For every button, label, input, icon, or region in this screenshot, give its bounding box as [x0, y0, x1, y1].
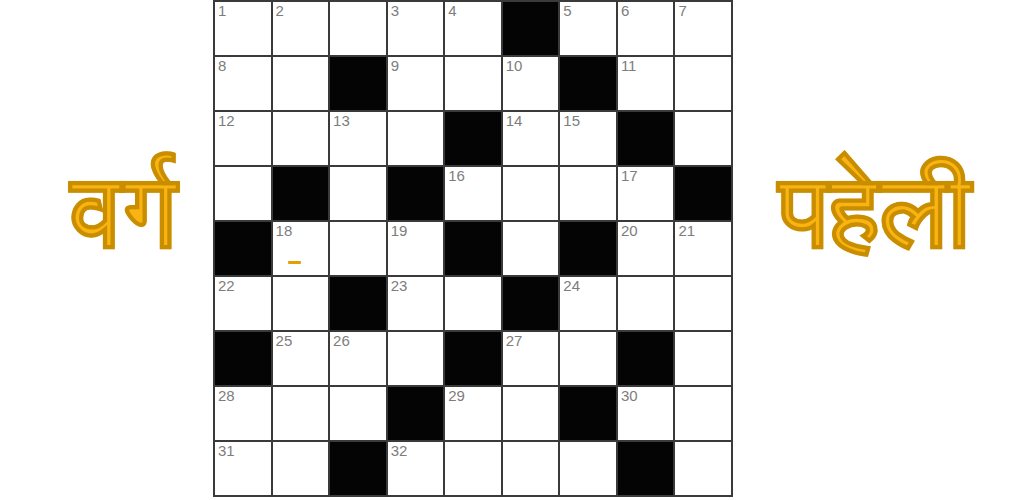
- block-cell: [445, 112, 501, 165]
- title-right-paheli: पहेली: [742, 136, 1008, 288]
- grid-cell[interactable]: 28: [215, 387, 271, 440]
- grid-cell[interactable]: [273, 277, 329, 330]
- clue-number: 22: [218, 278, 235, 295]
- grid-cell[interactable]: 12: [215, 112, 271, 165]
- grid-cell[interactable]: 17: [618, 167, 674, 220]
- grid-cell[interactable]: 26: [330, 332, 386, 385]
- clue-number: 6: [621, 3, 629, 20]
- grid-cell[interactable]: [445, 442, 501, 495]
- grid-cell[interactable]: 25: [273, 332, 329, 385]
- grid-cell[interactable]: [445, 57, 501, 110]
- clue-number: 10: [506, 58, 523, 75]
- grid-cell[interactable]: 14: [503, 112, 559, 165]
- block-cell: [675, 167, 731, 220]
- block-cell: [503, 2, 559, 55]
- grid-cell[interactable]: [675, 112, 731, 165]
- grid-cell[interactable]: 15: [560, 112, 616, 165]
- clue-number: 2: [276, 3, 284, 20]
- cursor-dash: [288, 261, 302, 264]
- block-cell: [330, 442, 386, 495]
- block-cell: [560, 57, 616, 110]
- grid-cell[interactable]: 2: [273, 2, 329, 55]
- grid-cell[interactable]: 30: [618, 387, 674, 440]
- grid-cell[interactable]: 29: [445, 387, 501, 440]
- block-cell: [445, 332, 501, 385]
- grid-cell[interactable]: 8: [215, 57, 271, 110]
- grid-cell[interactable]: [273, 387, 329, 440]
- grid-cell[interactable]: 6: [618, 2, 674, 55]
- block-cell: [445, 222, 501, 275]
- clue-number: 7: [678, 3, 686, 20]
- clue-number: 11: [621, 58, 637, 75]
- clue-number: 29: [448, 388, 465, 405]
- grid-cell[interactable]: 27: [503, 332, 559, 385]
- grid-cell[interactable]: [503, 387, 559, 440]
- grid-cell[interactable]: [330, 387, 386, 440]
- clue-number: 15: [563, 113, 580, 130]
- grid-cell[interactable]: 22: [215, 277, 271, 330]
- block-cell: [560, 222, 616, 275]
- grid-cell[interactable]: [215, 167, 271, 220]
- clue-number: 14: [506, 113, 523, 130]
- block-cell: [330, 277, 386, 330]
- grid-cell[interactable]: 4: [445, 2, 501, 55]
- clue-number: 19: [391, 223, 408, 240]
- clue-number: 23: [391, 278, 408, 295]
- grid-cell[interactable]: 11: [618, 57, 674, 110]
- page: वर्ग 12345678910111213141516171819202122…: [0, 0, 1024, 500]
- grid-cell[interactable]: 20: [618, 222, 674, 275]
- block-cell: [215, 222, 271, 275]
- block-cell: [388, 167, 444, 220]
- grid-cell[interactable]: [503, 167, 559, 220]
- clue-number: 27: [506, 333, 523, 350]
- clue-number: 31: [218, 443, 235, 460]
- block-cell: [560, 387, 616, 440]
- clue-number: 5: [563, 3, 571, 20]
- grid-cell[interactable]: [503, 442, 559, 495]
- grid-cell[interactable]: [330, 222, 386, 275]
- clue-number: 1: [218, 3, 226, 20]
- clue-number: 17: [621, 168, 638, 185]
- grid-cell[interactable]: 13: [330, 112, 386, 165]
- grid-cell[interactable]: 24: [560, 277, 616, 330]
- grid-cell[interactable]: 32: [388, 442, 444, 495]
- grid-cell[interactable]: [388, 332, 444, 385]
- clue-number: 4: [448, 3, 456, 20]
- clue-number: 12: [218, 113, 235, 130]
- grid-cell[interactable]: [445, 277, 501, 330]
- block-cell: [273, 167, 329, 220]
- grid-cell[interactable]: [675, 277, 731, 330]
- grid-cell[interactable]: [675, 332, 731, 385]
- block-cell: [330, 57, 386, 110]
- clue-number: 8: [218, 58, 226, 75]
- grid-cell[interactable]: [388, 112, 444, 165]
- clue-number: 32: [391, 443, 408, 460]
- clue-number: 21: [678, 223, 695, 240]
- grid-cell[interactable]: [330, 2, 386, 55]
- grid-cell[interactable]: [273, 57, 329, 110]
- clue-number: 18: [276, 223, 293, 240]
- clue-number: 20: [621, 223, 638, 240]
- grid-cell[interactable]: [560, 167, 616, 220]
- grid-cell[interactable]: 19: [388, 222, 444, 275]
- grid-cell[interactable]: 16: [445, 167, 501, 220]
- grid-cell[interactable]: [560, 332, 616, 385]
- grid-cell[interactable]: 1: [215, 2, 271, 55]
- grid-cell[interactable]: [675, 442, 731, 495]
- grid-cell[interactable]: 3: [388, 2, 444, 55]
- grid-cell[interactable]: [330, 167, 386, 220]
- block-cell: [618, 112, 674, 165]
- clue-number: 24: [563, 278, 580, 295]
- clue-number: 30: [621, 388, 638, 405]
- grid-cell[interactable]: 23: [388, 277, 444, 330]
- grid-cell[interactable]: 31: [215, 442, 271, 495]
- crossword-grid: 1234567891011121314151617181920212223242…: [213, 0, 733, 497]
- grid-cell[interactable]: 7: [675, 2, 731, 55]
- clue-number: 25: [276, 333, 293, 350]
- clue-number: 3: [391, 3, 399, 20]
- title-left-varg: वर्ग: [28, 136, 220, 288]
- grid-cell[interactable]: 10: [503, 57, 559, 110]
- block-cell: [618, 332, 674, 385]
- grid-cell[interactable]: [618, 277, 674, 330]
- clue-number: 28: [218, 388, 235, 405]
- grid-cell[interactable]: [675, 387, 731, 440]
- grid-cell[interactable]: [675, 57, 731, 110]
- grid-cell[interactable]: [560, 442, 616, 495]
- grid-cell[interactable]: 5: [560, 2, 616, 55]
- block-cell: [215, 332, 271, 385]
- grid-cell[interactable]: 21: [675, 222, 731, 275]
- grid-cell[interactable]: [273, 112, 329, 165]
- block-cell: [503, 277, 559, 330]
- block-cell: [618, 442, 674, 495]
- clue-number: 9: [391, 58, 399, 75]
- clue-number: 13: [333, 113, 350, 130]
- grid-cell[interactable]: 18: [273, 222, 329, 275]
- grid-cell[interactable]: 9: [388, 57, 444, 110]
- clue-number: 26: [333, 333, 350, 350]
- grid-cell[interactable]: [273, 442, 329, 495]
- grid-cell[interactable]: [503, 222, 559, 275]
- clue-number: 16: [448, 168, 465, 185]
- block-cell: [388, 387, 444, 440]
